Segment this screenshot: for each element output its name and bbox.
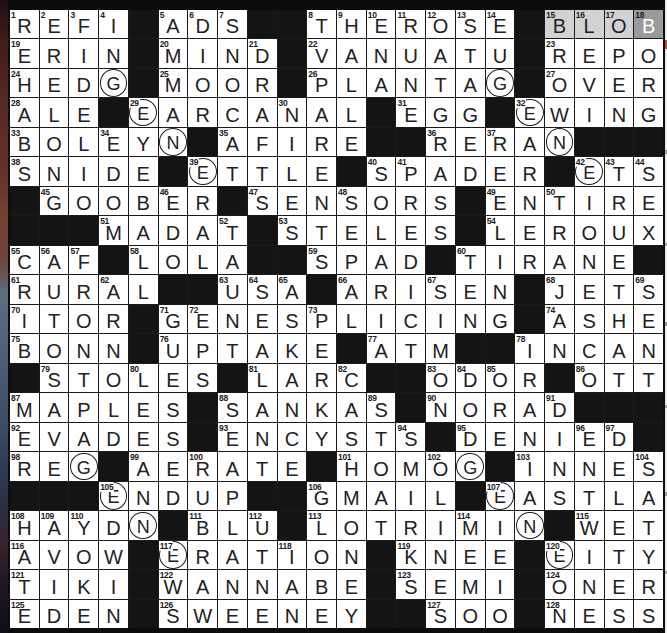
grid-cell[interactable]: 5A [159,10,188,38]
grid-cell[interactable]: 120E [545,541,574,569]
grid-cell[interactable]: W [188,600,217,628]
grid-cell[interactable]: 29E [129,98,158,126]
grid-cell[interactable]: 45G [40,187,69,215]
grid-cell[interactable]: O [486,600,515,628]
grid-cell[interactable]: 96E [575,423,604,451]
grid-cell[interactable]: O [69,305,98,333]
grid-cell[interactable]: E [307,600,336,628]
grid-cell[interactable]: A [248,393,277,421]
grid-cell[interactable]: D [456,157,485,185]
grid-cell[interactable]: O [456,393,485,421]
grid-cell[interactable]: L [40,98,69,126]
grid-cell[interactable]: 97D [605,423,634,451]
grid-cell[interactable]: 20M [159,39,188,67]
grid-cell[interactable]: E [486,423,515,451]
grid-cell[interactable]: I [575,98,604,126]
grid-cell[interactable]: 116A [10,541,39,569]
grid-cell[interactable]: O [575,216,604,244]
grid-cell[interactable]: S [278,305,307,333]
grid-cell[interactable]: E [426,570,455,598]
grid-cell[interactable]: 32E [515,98,544,126]
grid-cell[interactable]: E [486,541,515,569]
grid-cell[interactable]: R [634,570,663,598]
grid-cell[interactable]: R [40,39,69,67]
grid-cell[interactable]: T [605,275,634,303]
grid-cell[interactable]: G [486,305,515,333]
grid-cell[interactable]: O [69,187,98,215]
grid-cell[interactable]: Y [307,423,336,451]
grid-cell[interactable]: 56A [40,246,69,274]
grid-cell[interactable]: A [69,423,98,451]
grid-cell[interactable]: 75B [10,334,39,362]
grid-cell[interactable]: N [99,600,128,628]
grid-cell[interactable]: 44S [634,157,663,185]
grid-cell[interactable]: R [515,364,544,392]
grid-cell[interactable]: 104S [634,452,663,480]
grid-cell[interactable]: 40S [367,157,396,185]
grid-cell[interactable]: 108H [10,511,39,539]
grid-cell[interactable]: A [634,482,663,510]
grid-cell[interactable]: 62A [99,275,128,303]
grid-cell[interactable]: N [396,69,425,97]
grid-cell[interactable]: A [129,216,158,244]
grid-cell[interactable]: 31E [396,98,425,126]
grid-cell[interactable]: K [69,570,98,598]
grid-cell[interactable]: S [426,187,455,215]
grid-cell[interactable]: 35A [218,128,247,156]
grid-cell[interactable]: R [515,157,544,185]
grid-cell[interactable]: O [159,246,188,274]
grid-cell[interactable]: 61R [10,275,39,303]
grid-cell[interactable]: E [575,600,604,628]
grid-cell[interactable]: E [129,157,158,185]
grid-cell[interactable]: S [545,482,574,510]
grid-cell[interactable]: M [426,334,455,362]
grid-cell[interactable]: T [248,541,277,569]
grid-cell[interactable]: 51M [99,216,128,244]
grid-cell[interactable]: O [307,541,336,569]
grid-cell[interactable]: 54L [486,216,515,244]
grid-cell[interactable]: A [515,482,544,510]
grid-cell[interactable]: G [456,98,485,126]
grid-cell[interactable]: 33B [10,128,39,156]
grid-cell[interactable]: 91D [545,393,574,421]
grid-cell[interactable]: Y [129,128,158,156]
grid-cell[interactable]: R [188,541,217,569]
grid-cell[interactable]: X [634,216,663,244]
grid-cell[interactable]: I [278,128,307,156]
grid-cell[interactable]: E [456,541,485,569]
grid-cell[interactable]: A [248,98,277,126]
grid-cell[interactable]: 70I [10,305,39,333]
grid-cell[interactable]: E [605,452,634,480]
grid-cell[interactable]: N [545,334,574,362]
grid-cell[interactable]: 36R [426,128,455,156]
grid-cell[interactable]: C [218,98,247,126]
grid-cell[interactable]: M [337,482,366,510]
grid-cell[interactable]: T [367,423,396,451]
grid-cell[interactable]: L [188,246,217,274]
grid-cell[interactable]: I [486,246,515,274]
grid-cell[interactable]: 48S [337,187,366,215]
grid-cell[interactable]: A [367,482,396,510]
cursor-cell[interactable]: 18B [634,10,663,38]
grid-cell[interactable]: E [575,275,604,303]
grid-cell[interactable]: Y [634,541,663,569]
grid-cell[interactable]: E [337,570,366,598]
grid-cell[interactable]: 115W [575,511,604,539]
grid-cell[interactable]: 39E [188,157,217,185]
grid-cell[interactable]: R [307,364,336,392]
grid-cell[interactable]: 12O [426,10,455,38]
grid-cell[interactable]: 38S [10,157,39,185]
grid-cell[interactable]: 42E [575,157,604,185]
grid-cell[interactable]: N [515,511,544,539]
grid-cell[interactable]: E [218,600,247,628]
grid-cell[interactable]: 123S [396,570,425,598]
grid-cell[interactable]: D [40,600,69,628]
grid-cell[interactable]: 49E [486,187,515,215]
grid-cell[interactable]: U [605,216,634,244]
grid-cell[interactable]: 23R [545,39,574,67]
grid-cell[interactable]: A [515,393,544,421]
grid-cell[interactable]: 101H [337,452,366,480]
grid-cell[interactable]: A [40,393,69,421]
grid-cell[interactable]: 8T [307,10,336,38]
grid-cell[interactable]: A [188,570,217,598]
grid-cell[interactable]: N [634,334,663,362]
grid-cell[interactable]: E [69,600,98,628]
grid-cell[interactable]: A [307,98,336,126]
grid-cell[interactable]: I [188,39,217,67]
grid-cell[interactable]: G [99,69,128,97]
grid-cell[interactable]: A [367,69,396,97]
grid-cell[interactable]: A [605,334,634,362]
grid-cell[interactable]: N [426,541,455,569]
grid-cell[interactable]: 52T [218,216,247,244]
grid-cell[interactable]: I [69,157,98,185]
grid-cell[interactable]: E [248,600,277,628]
grid-cell[interactable]: M [396,452,425,480]
grid-cell[interactable]: 126S [159,600,188,628]
grid-cell[interactable]: 94S [396,423,425,451]
grid-cell[interactable]: W [545,98,574,126]
grid-cell[interactable]: E [486,157,515,185]
grid-cell[interactable]: N [545,128,574,156]
grid-cell[interactable]: O [367,452,396,480]
grid-cell[interactable]: V [40,541,69,569]
grid-cell[interactable]: I [69,39,98,67]
grid-cell[interactable]: 93E [218,423,247,451]
grid-cell[interactable]: 53S [278,216,307,244]
grid-cell[interactable]: A [218,452,247,480]
grid-cell[interactable]: N [278,600,307,628]
grid-cell[interactable]: N [605,98,634,126]
grid-cell[interactable]: I [426,511,455,539]
grid-cell[interactable]: A [248,334,277,362]
grid-cell[interactable]: E [159,452,188,480]
grid-cell[interactable]: 119K [396,541,425,569]
grid-cell[interactable]: C [396,305,425,333]
grid-cell[interactable]: T [248,452,277,480]
grid-cell[interactable]: T [634,511,663,539]
grid-cell[interactable]: D [396,246,425,274]
selected-cell[interactable]: 17O [605,10,634,38]
grid-cell[interactable]: O [99,364,128,392]
grid-cell[interactable]: A [337,393,366,421]
grid-cell[interactable]: E [396,216,425,244]
grid-cell[interactable]: N [337,541,366,569]
grid-cell[interactable]: 50T [545,187,574,215]
grid-cell[interactable]: N [99,334,128,362]
grid-cell[interactable]: 24H [10,69,39,97]
grid-cell[interactable]: S [426,216,455,244]
grid-cell[interactable]: 68J [545,275,574,303]
grid-cell[interactable]: I [40,570,69,598]
grid-cell[interactable]: E [605,570,634,598]
grid-cell[interactable]: 95D [456,423,485,451]
grid-cell[interactable]: A [456,69,485,97]
grid-cell[interactable]: 69S [634,275,663,303]
grid-cell[interactable]: P [337,246,366,274]
grid-cell[interactable]: G [456,452,485,480]
grid-cell[interactable]: O [337,511,366,539]
grid-cell[interactable]: T [218,157,247,185]
grid-cell[interactable]: N [575,570,604,598]
grid-cell[interactable]: E [605,69,634,97]
grid-cell[interactable]: I [367,305,396,333]
grid-cell[interactable]: 109A [40,511,69,539]
grid-cell[interactable]: A [426,39,455,67]
grid-cell[interactable]: E [278,452,307,480]
grid-cell[interactable]: 98R [10,452,39,480]
grid-cell[interactable]: 66A [337,275,366,303]
grid-cell[interactable]: L [605,482,634,510]
grid-cell[interactable]: H [605,305,634,333]
grid-cell[interactable]: G [634,98,663,126]
grid-cell[interactable]: U [486,39,515,67]
grid-cell[interactable]: E [575,39,604,67]
grid-cell[interactable]: A [188,216,217,244]
selected-cell[interactable]: 15B [545,10,574,38]
grid-cell[interactable]: T [248,157,277,185]
grid-cell[interactable]: D [159,482,188,510]
grid-cell[interactable]: 79S [40,364,69,392]
grid-cell[interactable]: E [634,187,663,215]
grid-cell[interactable]: 34E [99,128,128,156]
grid-cell[interactable]: 77A [367,334,396,362]
grid-cell[interactable]: E [69,98,98,126]
grid-cell[interactable]: P [188,334,217,362]
grid-cell[interactable]: 102O [426,452,455,480]
grid-cell[interactable]: 106G [307,482,336,510]
grid-cell[interactable]: 7S [218,10,247,38]
grid-cell[interactable]: A [515,128,544,156]
grid-cell[interactable]: E [129,393,158,421]
grid-cell[interactable]: R [634,69,663,97]
grid-cell[interactable]: S [575,305,604,333]
grid-cell[interactable]: 47S [248,187,277,215]
grid-cell[interactable]: T [634,364,663,392]
grid-cell[interactable]: D [159,216,188,244]
grid-cell[interactable]: L [99,393,128,421]
grid-cell[interactable]: 124O [545,570,574,598]
grid-cell[interactable]: 128N [545,600,574,628]
grid-cell[interactable]: D [99,511,128,539]
grid-cell[interactable]: 118I [278,541,307,569]
grid-cell[interactable]: R [486,393,515,421]
grid-cell[interactable]: V [575,69,604,97]
grid-cell[interactable]: 43T [605,157,634,185]
grid-cell[interactable]: U [396,39,425,67]
grid-cell[interactable]: 10E [367,10,396,38]
grid-cell[interactable]: 19E [10,39,39,67]
grid-cell[interactable]: U [188,482,217,510]
grid-cell[interactable]: T [605,364,634,392]
grid-cell[interactable]: L [426,482,455,510]
grid-cell[interactable]: 4I [99,10,128,38]
grid-cell[interactable]: A [337,39,366,67]
grid-cell[interactable]: G [426,98,455,126]
grid-cell[interactable]: L [337,69,366,97]
grid-cell[interactable]: E [248,305,277,333]
grid-cell[interactable]: 110Y [69,511,98,539]
grid-cell[interactable]: T [605,541,634,569]
grid-cell[interactable]: O [456,600,485,628]
grid-cell[interactable]: A [278,364,307,392]
grid-cell[interactable]: 113L [307,511,336,539]
grid-cell[interactable]: O [99,187,128,215]
grid-cell[interactable]: A [218,541,247,569]
grid-cell[interactable]: I [396,275,425,303]
grid-cell[interactable]: 25M [159,69,188,97]
grid-cell[interactable]: G [486,69,515,97]
grid-cell[interactable]: G [69,452,98,480]
grid-cell[interactable]: F [248,128,277,156]
grid-cell[interactable]: 78I [515,334,544,362]
grid-cell[interactable]: 14E [486,10,515,38]
grid-cell[interactable]: I [99,570,128,598]
grid-cell[interactable]: 71G [159,305,188,333]
grid-cell[interactable]: N [218,570,247,598]
grid-cell[interactable]: T [396,334,425,362]
grid-cell[interactable]: T [218,334,247,362]
grid-cell[interactable]: D [99,423,128,451]
grid-cell[interactable]: T [69,364,98,392]
grid-cell[interactable]: 117E [159,541,188,569]
grid-cell[interactable]: N [129,511,158,539]
grid-cell[interactable]: 83O [426,364,455,392]
grid-cell[interactable]: 9H [337,10,366,38]
grid-cell[interactable]: R [515,246,544,274]
grid-cell[interactable]: 81L [248,364,277,392]
grid-cell[interactable]: E [307,334,336,362]
grid-cell[interactable]: E [40,69,69,97]
grid-cell[interactable]: 105E [99,482,128,510]
grid-cell[interactable]: 73P [307,305,336,333]
grid-cell[interactable]: N [129,482,158,510]
grid-cell[interactable]: N [515,187,544,215]
grid-cell[interactable]: L [129,275,158,303]
grid-cell[interactable]: U [40,275,69,303]
grid-cell[interactable]: 107E [486,482,515,510]
grid-cell[interactable]: 57F [69,246,98,274]
grid-cell[interactable]: R [307,128,336,156]
grid-cell[interactable]: S [188,364,217,392]
grid-cell[interactable]: N [575,452,604,480]
grid-cell[interactable]: L [337,98,366,126]
grid-cell[interactable]: 92E [10,423,39,451]
grid-cell[interactable]: 64S [248,275,277,303]
grid-cell[interactable]: E [456,128,485,156]
grid-cell[interactable]: 3F [69,10,98,38]
grid-cell[interactable]: 103I [515,452,544,480]
grid-cell[interactable]: T [575,482,604,510]
grid-cell[interactable]: C [575,334,604,362]
grid-cell[interactable]: N [99,39,128,67]
grid-cell[interactable]: V [40,423,69,451]
grid-cell[interactable]: 65A [278,275,307,303]
grid-cell[interactable]: N [159,128,188,156]
grid-cell[interactable]: A [159,98,188,126]
grid-cell[interactable]: R [545,216,574,244]
grid-cell[interactable]: N [40,157,69,185]
grid-cell[interactable]: O [188,69,217,97]
grid-cell[interactable]: E [515,216,544,244]
grid-cell[interactable]: T [307,216,336,244]
grid-cell[interactable]: W [99,541,128,569]
grid-cell[interactable]: 100R [188,452,217,480]
grid-cell[interactable]: Y [337,600,366,628]
grid-cell[interactable]: O [69,541,98,569]
grid-cell[interactable]: 37R [486,128,515,156]
grid-cell[interactable]: K [278,334,307,362]
grid-cell[interactable]: E [40,452,69,480]
grid-cell[interactable]: N [278,393,307,421]
grid-cell[interactable]: A [218,246,247,274]
grid-cell[interactable]: 90N [426,393,455,421]
selected-cell[interactable]: 16L [575,10,604,38]
grid-cell[interactable]: 82C [337,364,366,392]
grid-cell[interactable]: 72E [188,305,217,333]
grid-cell[interactable]: E [159,364,188,392]
grid-cell[interactable]: 80L [129,364,158,392]
grid-cell[interactable]: 1R [10,10,39,38]
grid-cell[interactable]: S [159,393,188,421]
grid-cell[interactable]: R [367,275,396,303]
grid-cell[interactable]: N [456,305,485,333]
grid-cell[interactable]: T [40,305,69,333]
grid-cell[interactable]: 121T [10,570,39,598]
grid-cell[interactable]: 55C [10,246,39,274]
grid-cell[interactable]: I [426,305,455,333]
grid-cell[interactable]: I [575,187,604,215]
grid-cell[interactable]: I [396,482,425,510]
grid-cell[interactable]: S [634,600,663,628]
grid-cell[interactable]: 86O [575,364,604,392]
grid-cell[interactable]: 127S [426,600,455,628]
grid-cell[interactable]: T [456,39,485,67]
grid-cell[interactable]: I [486,511,515,539]
grid-cell[interactable]: R [99,305,128,333]
grid-cell[interactable]: 63U [218,275,247,303]
grid-cell[interactable]: R [188,98,217,126]
grid-cell[interactable]: A [367,246,396,274]
grid-cell[interactable]: 122W [159,570,188,598]
grid-cell[interactable]: T [367,511,396,539]
grid-cell[interactable]: S [605,600,634,628]
grid-cell[interactable]: 11R [396,10,425,38]
